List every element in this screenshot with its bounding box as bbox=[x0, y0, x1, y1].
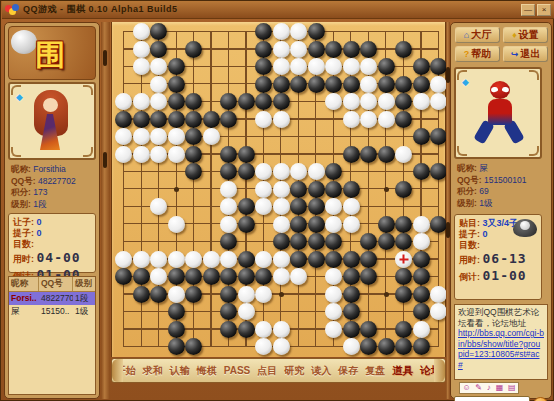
white-stone bbox=[273, 268, 290, 285]
black-stone bbox=[378, 58, 395, 75]
black-stone bbox=[150, 111, 167, 128]
white-stone bbox=[343, 216, 360, 233]
black-stone bbox=[290, 198, 307, 215]
list-header-昵称: 昵称 bbox=[9, 277, 39, 291]
white-stone bbox=[115, 251, 132, 268]
field-row: 用时: 04-00 bbox=[13, 250, 91, 267]
white-stone bbox=[343, 93, 360, 110]
black-stone bbox=[343, 303, 360, 320]
white-stone bbox=[413, 216, 430, 233]
black-stone bbox=[185, 268, 202, 285]
forum-notice: 欢迎到QQ围棋艺术论坛看看，论坛地址 http://bbs.qq.com/cgi… bbox=[454, 304, 548, 380]
field-row: 倒计: 01-00 bbox=[459, 268, 537, 285]
black-stone bbox=[238, 251, 255, 268]
list-cell: 屎 bbox=[9, 305, 39, 318]
black-stone bbox=[430, 128, 447, 145]
field-label: 积分: bbox=[457, 186, 479, 196]
black-stone bbox=[255, 41, 272, 58]
black-stone bbox=[150, 41, 167, 58]
white-stone bbox=[133, 41, 150, 58]
game-logo: 围棋 bbox=[8, 26, 96, 80]
white-stone bbox=[220, 198, 237, 215]
black-stone bbox=[308, 76, 325, 93]
star-point bbox=[384, 187, 389, 192]
player-list-header: 昵称QQ号级别 bbox=[9, 277, 95, 292]
white-stone bbox=[273, 163, 290, 180]
left-player-avatar: ◆ bbox=[8, 82, 96, 160]
black-stone bbox=[133, 286, 150, 303]
black-stone bbox=[290, 251, 307, 268]
list-cell: Forsi.. bbox=[9, 292, 39, 305]
close-button[interactable]: × bbox=[537, 4, 551, 16]
black-stone bbox=[395, 338, 412, 355]
black-stone bbox=[203, 268, 220, 285]
black-stone bbox=[360, 233, 377, 250]
black-stone bbox=[220, 286, 237, 303]
field-value: 04-00 bbox=[37, 250, 81, 265]
white-stone bbox=[430, 93, 447, 110]
goban[interactable] bbox=[123, 31, 439, 347]
black-stone bbox=[325, 233, 342, 250]
white-stone bbox=[220, 216, 237, 233]
white-stone bbox=[150, 93, 167, 110]
black-stone bbox=[343, 76, 360, 93]
black-stone bbox=[220, 233, 237, 250]
white-stone bbox=[430, 286, 447, 303]
field-value: 151500101 bbox=[484, 175, 527, 185]
black-stone bbox=[343, 146, 360, 163]
field-row: 积分: 69 bbox=[457, 186, 539, 198]
qq-go-window: QQ游戏 - 围棋 0.10 Alpha1 Build5 — × 围棋 ◆ 昵称… bbox=[0, 0, 554, 401]
white-stone bbox=[273, 198, 290, 215]
white-stone bbox=[308, 163, 325, 180]
black-stone bbox=[133, 111, 150, 128]
player-list-rows: Forsi..482277021段屎15150..1级 bbox=[9, 292, 95, 318]
white-stone bbox=[430, 303, 447, 320]
black-stone bbox=[203, 111, 220, 128]
right-player-info: 昵称: 屎QQ号: 151500101积分: 69级别: 1级 bbox=[454, 161, 542, 211]
black-stone bbox=[220, 146, 237, 163]
vip-gem-icon: ◆ bbox=[462, 77, 469, 87]
black-stone bbox=[115, 111, 132, 128]
white-stone bbox=[150, 58, 167, 75]
field-value: 0 bbox=[37, 217, 42, 227]
white-stone bbox=[430, 76, 447, 93]
white-stone bbox=[115, 146, 132, 163]
black-stone bbox=[378, 338, 395, 355]
white-stone bbox=[255, 251, 272, 268]
white-stone bbox=[290, 41, 307, 58]
black-stone bbox=[220, 268, 237, 285]
toolbar-button-悔棋[interactable]: 悔棋 bbox=[197, 364, 217, 378]
white-stone bbox=[115, 128, 132, 145]
list-cell: 15150.. bbox=[39, 305, 73, 318]
toolbar-button-求和[interactable]: 求和 bbox=[143, 364, 163, 378]
black-stone bbox=[360, 268, 377, 285]
field-row: 级别: 1段 bbox=[11, 199, 93, 211]
field-label: 用时: bbox=[459, 255, 483, 265]
field-label: 让子: bbox=[13, 217, 37, 227]
white-stone bbox=[325, 93, 342, 110]
black-stone bbox=[273, 233, 290, 250]
black-stone bbox=[220, 321, 237, 338]
black-stone bbox=[395, 268, 412, 285]
black-stone bbox=[413, 286, 430, 303]
black-stone bbox=[430, 216, 447, 233]
toolbar-button-点目[interactable]: 点目 bbox=[257, 364, 277, 378]
toolbar-button-道具[interactable]: 道具 bbox=[392, 364, 413, 378]
black-stone bbox=[150, 286, 167, 303]
white-stone bbox=[343, 338, 360, 355]
chat-tool-icon[interactable]: ☺ bbox=[462, 384, 470, 392]
white-stone bbox=[220, 181, 237, 198]
nav-buttons: ⌂大厅♦设置?帮助↪退出 bbox=[455, 27, 549, 62]
last-move-marker bbox=[399, 255, 408, 264]
black-stone bbox=[168, 303, 185, 320]
black-stone bbox=[168, 58, 185, 75]
black-stone bbox=[413, 58, 430, 75]
black-stone bbox=[395, 41, 412, 58]
white-stone bbox=[395, 251, 412, 268]
black-stone bbox=[395, 111, 412, 128]
black-stone bbox=[238, 163, 255, 180]
right-player-stats: 贴目: 3又3/4子提子: 0目数: 用时: 06-13倒计: 01-00 bbox=[454, 214, 542, 300]
field-value: 0 bbox=[483, 229, 488, 239]
black-stone bbox=[185, 163, 202, 180]
white-stone bbox=[308, 58, 325, 75]
black-stone bbox=[168, 93, 185, 110]
退出-icon: ↪ bbox=[511, 50, 519, 59]
field-row: 目数: bbox=[13, 239, 91, 250]
black-stone bbox=[273, 93, 290, 110]
vip-gem-icon: ◆ bbox=[16, 92, 23, 102]
white-stone bbox=[115, 93, 132, 110]
black-stone bbox=[343, 321, 360, 338]
black-stone bbox=[238, 216, 255, 233]
field-label: 提子: bbox=[13, 228, 37, 238]
field-label: 级别: bbox=[11, 199, 33, 209]
star-point bbox=[279, 292, 284, 297]
white-stone bbox=[413, 233, 430, 250]
list-header-QQ号: QQ号 bbox=[39, 277, 73, 291]
black-stone bbox=[238, 198, 255, 215]
toolbar-button-论坛[interactable]: 论坛 bbox=[420, 364, 441, 378]
send-button[interactable]: → bbox=[533, 397, 548, 401]
field-value: 1级 bbox=[479, 198, 492, 208]
chat-input[interactable] bbox=[454, 396, 530, 401]
field-label: 昵称: bbox=[457, 163, 479, 173]
black-stone bbox=[168, 338, 185, 355]
black-stone bbox=[325, 251, 342, 268]
white-stone bbox=[220, 251, 237, 268]
forum-link[interactable]: http://bbs.qq.com/cgi-bin/bbs/show/title… bbox=[458, 328, 544, 370]
white-stone bbox=[255, 338, 272, 355]
chat-icon-bar: ☺✎♪▦▤ bbox=[459, 382, 519, 394]
white-stone bbox=[290, 163, 307, 180]
white-stone bbox=[325, 198, 342, 215]
black-stone bbox=[220, 303, 237, 320]
black-stone bbox=[325, 163, 342, 180]
black-stone bbox=[378, 146, 395, 163]
black-stone bbox=[255, 93, 272, 110]
field-value: 06-13 bbox=[483, 251, 527, 266]
chat-tool-icon[interactable]: ✎ bbox=[475, 384, 482, 392]
white-stone bbox=[378, 111, 395, 128]
list-cell: 1段 bbox=[73, 292, 95, 305]
black-stone bbox=[220, 111, 237, 128]
black-stone bbox=[360, 338, 377, 355]
black-stone bbox=[238, 321, 255, 338]
toolbar-button-研究[interactable]: 研究 bbox=[284, 364, 304, 378]
white-stone bbox=[168, 286, 185, 303]
black-stone bbox=[238, 93, 255, 110]
white-stone bbox=[255, 111, 272, 128]
black-stone bbox=[360, 146, 377, 163]
nav-button-大厅[interactable]: ⌂大厅 bbox=[455, 27, 500, 43]
app-icon bbox=[5, 4, 18, 16]
white-stone bbox=[255, 163, 272, 180]
white-stone bbox=[203, 128, 220, 145]
black-stone bbox=[220, 163, 237, 180]
black-stone bbox=[360, 41, 377, 58]
black-stone bbox=[255, 58, 272, 75]
black-stone bbox=[430, 58, 447, 75]
black-stone bbox=[255, 76, 272, 93]
black-stone bbox=[185, 111, 202, 128]
大厅-icon: ⌂ bbox=[464, 31, 469, 40]
black-stone bbox=[308, 41, 325, 58]
white-stone bbox=[273, 181, 290, 198]
white-stone bbox=[255, 321, 272, 338]
black-stone bbox=[378, 76, 395, 93]
list-header-级别: 级别 bbox=[73, 277, 95, 291]
white-stone bbox=[273, 321, 290, 338]
nav-button-退出[interactable]: ↪退出 bbox=[503, 46, 548, 62]
nav-button-帮助[interactable]: ?帮助 bbox=[455, 46, 500, 62]
white-stone bbox=[325, 286, 342, 303]
field-value: 48227702 bbox=[38, 176, 76, 186]
white-stone bbox=[168, 146, 185, 163]
black-stone bbox=[413, 163, 430, 180]
splitter-grip[interactable] bbox=[103, 152, 107, 168]
black-stone bbox=[185, 146, 202, 163]
player-list-row[interactable]: Forsi..482277021段 bbox=[9, 292, 95, 305]
field-label: 昵称: bbox=[11, 164, 33, 174]
black-stone bbox=[360, 251, 377, 268]
nav-label: 大厅 bbox=[471, 28, 491, 42]
field-row: 级别: 1级 bbox=[457, 198, 539, 210]
white-stone bbox=[168, 216, 185, 233]
white-stone bbox=[360, 93, 377, 110]
black-stone bbox=[325, 76, 342, 93]
black-stone bbox=[308, 233, 325, 250]
minimize-button[interactable]: — bbox=[521, 4, 535, 16]
toolbar-button-认输[interactable]: 认输 bbox=[170, 364, 190, 378]
list-cell: 1级 bbox=[73, 305, 95, 318]
black-stone bbox=[273, 76, 290, 93]
field-label: 级别: bbox=[457, 198, 479, 208]
black-stone bbox=[308, 23, 325, 40]
black-stone bbox=[395, 93, 412, 110]
black-stone bbox=[290, 216, 307, 233]
white-stone bbox=[255, 286, 272, 303]
black-stone bbox=[395, 286, 412, 303]
black-stone bbox=[395, 321, 412, 338]
toolbar-button-复盘[interactable]: 复盘 bbox=[365, 364, 385, 378]
black-stone bbox=[395, 76, 412, 93]
black-stone bbox=[185, 93, 202, 110]
black-stone bbox=[185, 286, 202, 303]
list-cell: 48227702 bbox=[39, 292, 73, 305]
white-stone bbox=[378, 93, 395, 110]
field-value: 173 bbox=[33, 187, 47, 197]
white-stone bbox=[325, 303, 342, 320]
field-label: QQ号: bbox=[11, 176, 38, 186]
black-stone bbox=[185, 128, 202, 145]
window-title: QQ游戏 - 围棋 0.10 Alpha1 Build5 bbox=[23, 3, 178, 16]
chat-tool-icon[interactable]: ♪ bbox=[487, 384, 491, 392]
field-label: 贴目: bbox=[459, 218, 483, 228]
toolbar-button-保存[interactable]: 保存 bbox=[338, 364, 358, 378]
white-stone bbox=[273, 41, 290, 58]
field-row: 积分: 173 bbox=[11, 187, 93, 199]
toolbar-button-开始[interactable]: 开始 bbox=[116, 364, 136, 378]
white-stone bbox=[290, 268, 307, 285]
white-stone bbox=[150, 251, 167, 268]
toolbar-button-读入[interactable]: 读入 bbox=[311, 364, 331, 378]
splitter-grip[interactable] bbox=[103, 50, 107, 66]
title-bar: QQ游戏 - 围棋 0.10 Alpha1 Build5 — × bbox=[2, 1, 554, 19]
star-point bbox=[174, 187, 179, 192]
nav-label: 帮助 bbox=[471, 47, 491, 61]
toolbar-button-PASS[interactable]: PASS bbox=[224, 365, 251, 376]
black-stone bbox=[308, 216, 325, 233]
player-list-row[interactable]: 屎15150..1级 bbox=[9, 305, 95, 318]
black-stone bbox=[360, 321, 377, 338]
field-value: 1段 bbox=[33, 199, 46, 209]
game-toolbar: 开始求和认输悔棋PASS点目研究读入保存复盘道具论坛 bbox=[111, 358, 446, 383]
field-row: QQ号: 151500101 bbox=[457, 175, 539, 187]
black-stone bbox=[308, 251, 325, 268]
white-stone bbox=[203, 251, 220, 268]
left-splitter[interactable] bbox=[101, 22, 110, 399]
white-stone bbox=[290, 58, 307, 75]
black-stone bbox=[185, 338, 202, 355]
white-stone bbox=[273, 338, 290, 355]
white-stone bbox=[343, 111, 360, 128]
black-stone bbox=[395, 181, 412, 198]
left-player-stats: 让子: 0提子: 0目数: 用时: 04-00倒计: 01-00 bbox=[8, 213, 96, 273]
field-row: QQ号: 48227702 bbox=[11, 176, 93, 188]
player-list[interactable]: 昵称QQ号级别 Forsi..482277021段屎15150..1级 bbox=[8, 276, 96, 395]
white-stone bbox=[133, 23, 150, 40]
设置-icon: ♦ bbox=[512, 31, 517, 40]
white-stone bbox=[255, 181, 272, 198]
board-background bbox=[111, 22, 446, 357]
left-player-panel: 围棋 ◆ 昵称: ForsithiaQQ号: 48227702积分: 173级别… bbox=[4, 22, 100, 399]
white-stone bbox=[273, 216, 290, 233]
帮助-icon: ? bbox=[464, 50, 470, 59]
chat-tool-icon[interactable]: ▤ bbox=[508, 384, 516, 392]
white-stone bbox=[133, 251, 150, 268]
black-stone bbox=[343, 286, 360, 303]
white-stone bbox=[273, 111, 290, 128]
black-stone bbox=[185, 41, 202, 58]
black-stone bbox=[290, 233, 307, 250]
black-stone bbox=[378, 216, 395, 233]
black-stone bbox=[308, 181, 325, 198]
black-stone bbox=[343, 181, 360, 198]
white-stone bbox=[238, 286, 255, 303]
white-stone bbox=[133, 58, 150, 75]
white-stone bbox=[133, 128, 150, 145]
white-stone bbox=[273, 23, 290, 40]
black-stone bbox=[378, 233, 395, 250]
black-stone bbox=[290, 181, 307, 198]
black-stone bbox=[255, 268, 272, 285]
black-stone bbox=[343, 268, 360, 285]
white-stone bbox=[133, 146, 150, 163]
white-stone bbox=[343, 58, 360, 75]
white-stone bbox=[360, 58, 377, 75]
field-label: 提子: bbox=[459, 229, 483, 239]
white-stone bbox=[150, 128, 167, 145]
black-stone bbox=[168, 111, 185, 128]
nav-label: 设置 bbox=[519, 28, 539, 42]
field-row: 提子: 0 bbox=[13, 228, 91, 239]
white-stone-bowl-icon bbox=[513, 219, 537, 237]
white-stone bbox=[273, 251, 290, 268]
white-stone bbox=[325, 216, 342, 233]
black-stone bbox=[238, 268, 255, 285]
field-row: 昵称: 屎 bbox=[457, 163, 539, 175]
white-stone bbox=[325, 268, 342, 285]
black-stone bbox=[133, 268, 150, 285]
black-stone bbox=[325, 41, 342, 58]
black-stone bbox=[430, 163, 447, 180]
field-label: 倒计: bbox=[459, 272, 483, 282]
white-stone bbox=[150, 268, 167, 285]
black-stone bbox=[255, 23, 272, 40]
right-player-avatar: ◆ bbox=[454, 67, 542, 159]
nav-label: 退出 bbox=[520, 47, 540, 61]
field-row: 目数: bbox=[459, 240, 537, 251]
white-stone bbox=[413, 321, 430, 338]
black-stone bbox=[168, 321, 185, 338]
black-stone bbox=[395, 216, 412, 233]
black-stone bbox=[413, 268, 430, 285]
white-stone bbox=[255, 198, 272, 215]
left-player-info: 昵称: ForsithiaQQ号: 48227702积分: 173级别: 1段 bbox=[8, 162, 96, 212]
logo-text: 围棋 bbox=[35, 35, 95, 80]
chat-tool-icon[interactable]: ▦ bbox=[496, 384, 504, 392]
white-stone bbox=[185, 251, 202, 268]
right-player-panel: ⌂大厅♦设置?帮助↪退出 ◆ 昵称: 屎QQ号: 151500101积分: 69… bbox=[450, 22, 552, 399]
field-row: 用时: 06-13 bbox=[459, 251, 537, 268]
nav-button-设置[interactable]: ♦设置 bbox=[503, 27, 548, 43]
white-stone bbox=[290, 23, 307, 40]
field-value: 01-00 bbox=[483, 268, 527, 283]
white-stone bbox=[168, 251, 185, 268]
field-row: 让子: 0 bbox=[13, 217, 91, 228]
black-stone bbox=[413, 128, 430, 145]
field-label: 积分: bbox=[11, 187, 33, 197]
white-stone bbox=[325, 321, 342, 338]
field-value: 屎 bbox=[479, 163, 488, 173]
white-stone bbox=[168, 128, 185, 145]
field-label: 用时: bbox=[13, 254, 37, 264]
white-stone bbox=[360, 111, 377, 128]
